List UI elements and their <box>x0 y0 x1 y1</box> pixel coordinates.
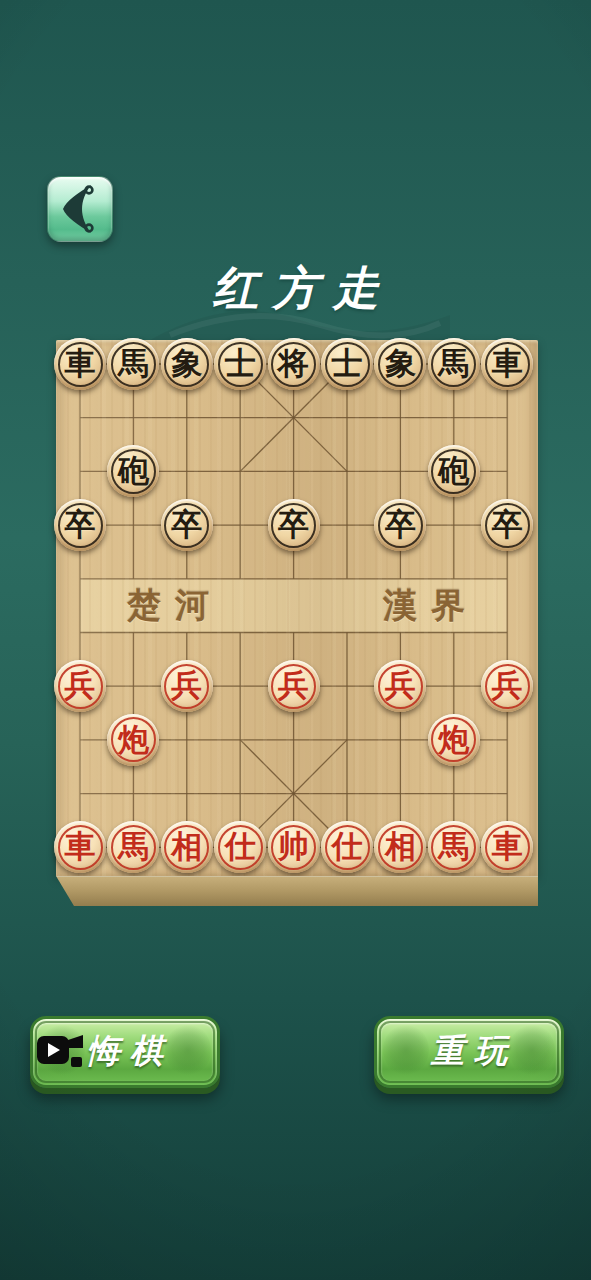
undo-move-button[interactable]: 悔棋 <box>30 1016 220 1088</box>
piece-red-advisor[interactable]: 仕 <box>321 821 373 873</box>
piece-character: 砲 <box>107 445 159 497</box>
piece-red-soldier[interactable]: 兵 <box>481 660 533 712</box>
piece-character: 卒 <box>268 499 320 551</box>
piece-character: 車 <box>54 821 106 873</box>
piece-red-horse[interactable]: 馬 <box>107 821 159 873</box>
piece-black-elephant[interactable]: 象 <box>161 338 213 390</box>
piece-black-soldier[interactable]: 卒 <box>161 499 213 551</box>
piece-red-elephant[interactable]: 相 <box>161 821 213 873</box>
piece-black-soldier[interactable]: 卒 <box>54 499 106 551</box>
piece-black-cannon[interactable]: 砲 <box>107 445 159 497</box>
piece-character: 兵 <box>54 660 106 712</box>
video-camera-icon <box>35 1031 87 1073</box>
piece-black-cannon[interactable]: 砲 <box>428 445 480 497</box>
piece-character: 砲 <box>428 445 480 497</box>
xiangqi-board[interactable]: 楚河 漢界 車馬象士将士象馬車砲砲卒卒卒卒卒兵兵兵兵兵炮炮車馬相仕帅仕相馬車 <box>56 340 538 876</box>
piece-black-horse[interactable]: 馬 <box>428 338 480 390</box>
piece-character: 将 <box>268 338 320 390</box>
back-scroll-arrow-icon <box>58 183 102 235</box>
piece-character: 卒 <box>481 499 533 551</box>
replay-button[interactable]: 重玩 <box>374 1016 564 1088</box>
piece-character: 馬 <box>428 338 480 390</box>
piece-character: 馬 <box>428 821 480 873</box>
piece-red-cannon[interactable]: 炮 <box>107 714 159 766</box>
piece-character: 炮 <box>107 714 159 766</box>
piece-red-soldier[interactable]: 兵 <box>374 660 426 712</box>
piece-character: 車 <box>54 338 106 390</box>
piece-red-cannon[interactable]: 炮 <box>428 714 480 766</box>
piece-red-advisor[interactable]: 仕 <box>214 821 266 873</box>
piece-black-elephant[interactable]: 象 <box>374 338 426 390</box>
piece-character: 卒 <box>374 499 426 551</box>
turn-indicator: 红方走 <box>0 258 591 320</box>
piece-black-chariot[interactable]: 車 <box>481 338 533 390</box>
board-front-edge <box>56 876 538 906</box>
piece-character: 卒 <box>161 499 213 551</box>
piece-red-chariot[interactable]: 車 <box>54 821 106 873</box>
piece-character: 仕 <box>214 821 266 873</box>
piece-character: 車 <box>481 821 533 873</box>
piece-character: 相 <box>161 821 213 873</box>
piece-character: 卒 <box>54 499 106 551</box>
piece-character: 兵 <box>481 660 533 712</box>
piece-character: 車 <box>481 338 533 390</box>
piece-character: 炮 <box>428 714 480 766</box>
piece-red-horse[interactable]: 馬 <box>428 821 480 873</box>
piece-character: 士 <box>214 338 266 390</box>
piece-red-elephant[interactable]: 相 <box>374 821 426 873</box>
piece-character: 仕 <box>321 821 373 873</box>
piece-black-advisor[interactable]: 士 <box>321 338 373 390</box>
piece-red-general[interactable]: 帅 <box>268 821 320 873</box>
piece-character: 帅 <box>268 821 320 873</box>
piece-character: 馬 <box>107 821 159 873</box>
river-label-right: 漢界 <box>364 583 484 629</box>
piece-character: 馬 <box>107 338 159 390</box>
piece-character: 兵 <box>374 660 426 712</box>
piece-red-soldier[interactable]: 兵 <box>161 660 213 712</box>
piece-red-chariot[interactable]: 車 <box>481 821 533 873</box>
xiangqi-game-screen: 红方走 楚河 漢界 車馬象士将士象馬車砲砲卒卒卒卒卒兵兵兵兵兵炮炮車馬相仕帅仕相… <box>0 0 591 1280</box>
piece-character: 兵 <box>268 660 320 712</box>
river-label-left: 楚河 <box>108 583 228 629</box>
piece-black-horse[interactable]: 馬 <box>107 338 159 390</box>
piece-red-soldier[interactable]: 兵 <box>54 660 106 712</box>
piece-black-soldier[interactable]: 卒 <box>481 499 533 551</box>
piece-black-advisor[interactable]: 士 <box>214 338 266 390</box>
piece-red-soldier[interactable]: 兵 <box>268 660 320 712</box>
piece-black-soldier[interactable]: 卒 <box>374 499 426 551</box>
back-button[interactable] <box>47 176 113 242</box>
piece-black-general[interactable]: 将 <box>268 338 320 390</box>
piece-character: 象 <box>374 338 426 390</box>
piece-character: 兵 <box>161 660 213 712</box>
piece-character: 相 <box>374 821 426 873</box>
piece-black-chariot[interactable]: 車 <box>54 338 106 390</box>
replay-button-label: 重玩 <box>377 1019 561 1085</box>
piece-character: 士 <box>321 338 373 390</box>
piece-black-soldier[interactable]: 卒 <box>268 499 320 551</box>
piece-character: 象 <box>161 338 213 390</box>
